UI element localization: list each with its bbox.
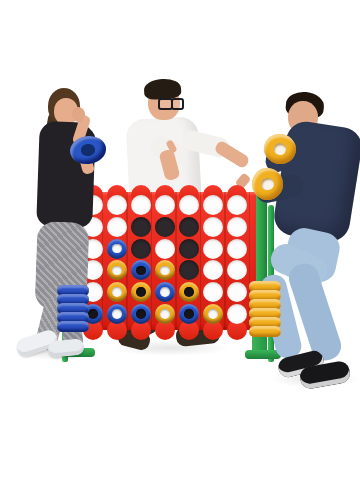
player-right — [248, 92, 360, 392]
board-cell-r2c3-empty — [131, 217, 151, 237]
board-cell-r3c7-empty — [227, 239, 247, 259]
right-man-lower-hand — [264, 184, 278, 199]
board-cell-r1c3-empty — [131, 195, 151, 215]
board-cell-r2c4-empty — [155, 217, 175, 237]
board-cell-r6c7-empty — [227, 304, 247, 324]
board-cell-r6c6-yellow-disc — [203, 304, 223, 324]
board-cell-r1c6-empty — [203, 195, 223, 215]
right-man-upper-hand — [274, 142, 288, 157]
board-cell-r1c5-empty — [179, 195, 199, 215]
middle-man-extended-forearm — [213, 139, 250, 169]
blue-stack-ring — [57, 321, 89, 332]
board-cell-r3c5-empty — [179, 239, 199, 259]
woman-right-sneaker — [47, 338, 84, 358]
board-cell-r6c5-blue-disc — [179, 304, 199, 324]
middle-man-glasses-right-lens — [171, 98, 184, 110]
board-cell-r1c4-empty — [155, 195, 175, 215]
board-cell-r6c4-yellow-disc — [155, 304, 175, 324]
board-cell-r3c4-empty — [155, 239, 175, 259]
board-cell-r3c6-empty — [203, 239, 223, 259]
board-cell-r6c3-blue-disc — [131, 304, 151, 324]
yellow-stack-ring — [249, 326, 281, 337]
middle-man-hair — [143, 78, 181, 101]
board-cell-r2c5-empty — [179, 217, 199, 237]
board-cell-r3c3-empty — [131, 239, 151, 259]
board-cell-r2c7-empty — [227, 217, 247, 237]
yellow-ring-stack — [249, 283, 281, 337]
board-cell-r2c6-empty — [203, 217, 223, 237]
product-photo-scene — [0, 0, 360, 482]
woman-hand-over-mouth — [72, 107, 85, 122]
board-cell-r1c7-empty — [227, 195, 247, 215]
blue-ring-stack — [57, 287, 89, 332]
